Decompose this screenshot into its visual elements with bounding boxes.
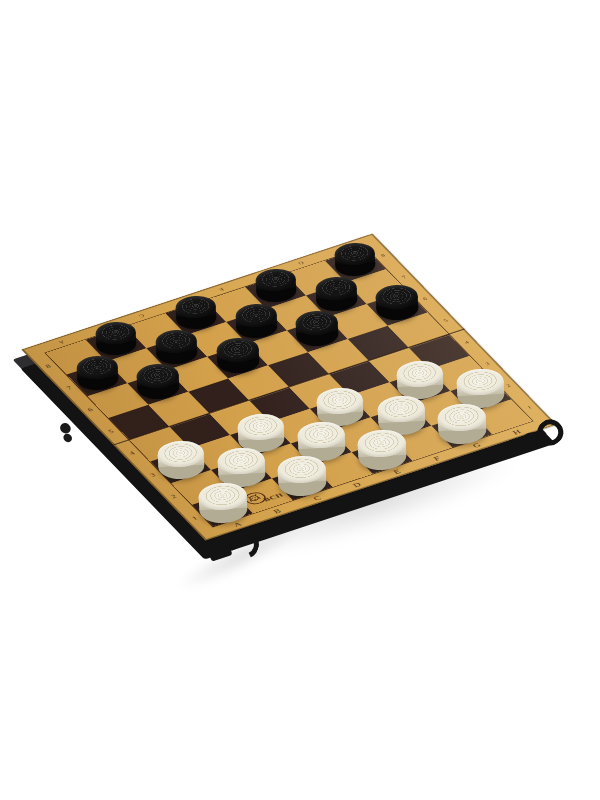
hinge-pin <box>62 432 74 444</box>
product-photo: ABCDEFGH ABCDEFGH 87654321 87654321 ВСП <box>0 0 600 800</box>
clasp-knob <box>208 543 233 562</box>
logo-text: ВСП <box>261 492 284 503</box>
